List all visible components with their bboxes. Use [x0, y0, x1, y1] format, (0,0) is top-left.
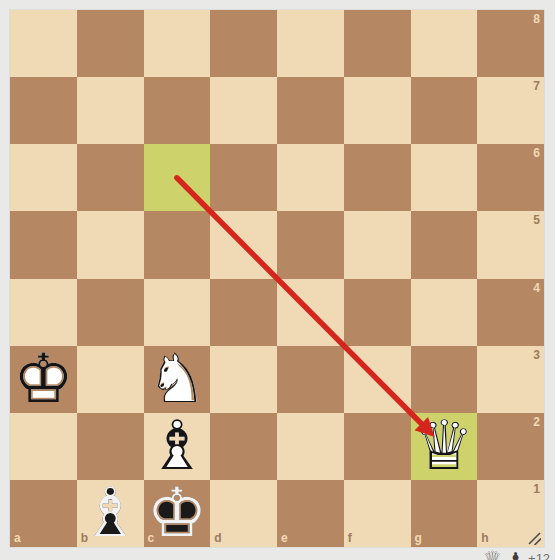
piece-black-king-c1[interactable]: ♚♔ — [144, 480, 211, 547]
square-c8[interactable] — [144, 10, 211, 77]
coord-rank-4: 4 — [533, 282, 540, 294]
coord-rank-2: 2 — [533, 416, 540, 428]
coord-rank-7: 7 — [533, 80, 540, 92]
square-g5[interactable] — [411, 211, 478, 278]
square-f7[interactable] — [344, 77, 411, 144]
coord-file-d: d — [214, 532, 221, 544]
square-d8[interactable] — [210, 10, 277, 77]
square-a6[interactable] — [10, 144, 77, 211]
square-e1[interactable]: e — [277, 480, 344, 547]
coord-file-g: g — [415, 532, 422, 544]
square-e3[interactable] — [277, 346, 344, 413]
piece-white-knight-c3[interactable]: ♞♘ — [144, 346, 211, 413]
square-h8[interactable]: 8 — [477, 10, 544, 77]
coord-file-e: e — [281, 532, 288, 544]
square-g3[interactable] — [411, 346, 478, 413]
square-h3[interactable]: 3 — [477, 346, 544, 413]
coord-rank-1: 1 — [533, 483, 540, 495]
coord-file-f: f — [348, 532, 352, 544]
square-d7[interactable] — [210, 77, 277, 144]
square-e6[interactable] — [277, 144, 344, 211]
square-b5[interactable] — [77, 211, 144, 278]
square-c5[interactable] — [144, 211, 211, 278]
square-g7[interactable] — [411, 77, 478, 144]
coord-rank-8: 8 — [533, 13, 540, 25]
coord-file-h: h — [481, 532, 488, 544]
square-b2[interactable] — [77, 413, 144, 480]
square-c7[interactable] — [144, 77, 211, 144]
piece-white-queen-g2[interactable]: ♛♕ — [411, 413, 478, 480]
material-advantage-bar: ♛ ♕ ♟ +12 — [482, 549, 550, 560]
square-h5[interactable]: 5 — [477, 211, 544, 278]
square-f8[interactable] — [344, 10, 411, 77]
square-f4[interactable] — [344, 279, 411, 346]
square-e4[interactable] — [277, 279, 344, 346]
coord-file-a: a — [14, 532, 21, 544]
square-a8[interactable] — [10, 10, 77, 77]
square-e7[interactable] — [277, 77, 344, 144]
square-b7[interactable] — [77, 77, 144, 144]
square-d1[interactable]: d — [210, 480, 277, 547]
coord-rank-5: 5 — [533, 214, 540, 226]
piece-white-king-a3[interactable]: ♚♔ — [10, 346, 77, 413]
square-f2[interactable] — [344, 413, 411, 480]
piece-white-bishop-c2[interactable]: ♝♗ — [144, 413, 211, 480]
captured-white-queen-icon: ♛ ♕ — [482, 549, 503, 560]
square-f5[interactable] — [344, 211, 411, 278]
piece-black-bishop-b1[interactable]: ♝♗ — [77, 480, 144, 547]
square-h4[interactable]: 4 — [477, 279, 544, 346]
chess-board-container: 8765432abcdefgh1 ♚♔♞♘♝♗♛♕♝♗♚♔ — [10, 10, 544, 547]
square-f1[interactable]: f — [344, 480, 411, 547]
square-f3[interactable] — [344, 346, 411, 413]
square-b8[interactable] — [77, 10, 144, 77]
coord-rank-6: 6 — [533, 147, 540, 159]
captured-black-pawn-icon: ♟ — [507, 550, 524, 560]
square-d6[interactable] — [210, 144, 277, 211]
square-d3[interactable] — [210, 346, 277, 413]
square-b3[interactable] — [77, 346, 144, 413]
square-a5[interactable] — [10, 211, 77, 278]
square-d2[interactable] — [210, 413, 277, 480]
square-b6[interactable] — [77, 144, 144, 211]
square-e5[interactable] — [277, 211, 344, 278]
square-g8[interactable] — [411, 10, 478, 77]
square-a7[interactable] — [10, 77, 77, 144]
square-f6[interactable] — [344, 144, 411, 211]
square-a4[interactable] — [10, 279, 77, 346]
coord-rank-3: 3 — [533, 349, 540, 361]
square-a1[interactable]: a — [10, 480, 77, 547]
square-c4[interactable] — [144, 279, 211, 346]
square-h2[interactable]: 2 — [477, 413, 544, 480]
square-c6[interactable] — [144, 144, 211, 211]
square-g4[interactable] — [411, 279, 478, 346]
square-g6[interactable] — [411, 144, 478, 211]
material-advantage-text: +12 — [528, 551, 550, 560]
board-resize-handle-icon[interactable] — [527, 531, 541, 545]
square-b4[interactable] — [77, 279, 144, 346]
square-h7[interactable]: 7 — [477, 77, 544, 144]
square-g1[interactable]: g — [411, 480, 478, 547]
square-d4[interactable] — [210, 279, 277, 346]
square-h6[interactable]: 6 — [477, 144, 544, 211]
square-e2[interactable] — [277, 413, 344, 480]
square-d5[interactable] — [210, 211, 277, 278]
square-e8[interactable] — [277, 10, 344, 77]
square-a2[interactable] — [10, 413, 77, 480]
